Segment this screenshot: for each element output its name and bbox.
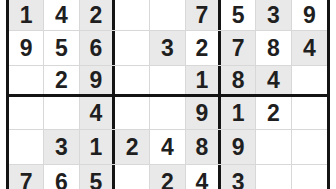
sudoku-row-1: 1427539 (9, 0, 327, 31)
cell-r3c2[interactable]: 2 (44, 66, 79, 94)
cell-r5c4[interactable]: 2 (115, 130, 150, 164)
cell-r4c6[interactable]: 9 (186, 97, 221, 129)
cell-r5c2[interactable]: 3 (44, 130, 79, 164)
cell-r1c9[interactable]: 9 (292, 0, 327, 30)
cell-r4c5[interactable] (150, 97, 185, 129)
cell-r4c1[interactable] (9, 97, 44, 129)
cell-r1c5[interactable] (150, 0, 185, 30)
cell-r5c8[interactable] (256, 130, 291, 164)
cell-r3c6[interactable]: 1 (186, 66, 221, 94)
cell-r2c5[interactable]: 3 (150, 31, 185, 65)
cell-r3c4[interactable] (115, 66, 150, 94)
cell-r2c9[interactable]: 4 (292, 31, 327, 65)
cell-r2c1[interactable]: 9 (9, 31, 44, 65)
cell-r6c1[interactable]: 7 (9, 165, 44, 189)
cell-r4c7[interactable]: 1 (221, 97, 256, 129)
cell-r6c8[interactable] (256, 165, 291, 189)
cell-r3c5[interactable] (150, 66, 185, 94)
cell-r6c9[interactable] (292, 165, 327, 189)
cell-r6c5[interactable]: 2 (150, 165, 185, 189)
cell-r1c3[interactable]: 2 (80, 0, 115, 30)
cell-r5c5[interactable]: 4 (150, 130, 185, 164)
cell-r5c9[interactable] (292, 130, 327, 164)
cell-r2c3[interactable]: 6 (80, 31, 115, 65)
cell-r2c4[interactable] (115, 31, 150, 65)
sudoku-row-4: 4912 (9, 97, 327, 130)
cell-r3c9[interactable] (292, 66, 327, 94)
cell-r3c7[interactable]: 8 (221, 66, 256, 94)
cell-r4c8[interactable]: 2 (256, 97, 291, 129)
cell-r6c3[interactable]: 5 (80, 165, 115, 189)
cell-r4c3[interactable]: 4 (80, 97, 115, 129)
sudoku-board: 142753995632784291844912312489765243 (6, 0, 330, 189)
sudoku-row-6: 765243 (9, 165, 327, 189)
cell-r6c7[interactable]: 3 (221, 165, 256, 189)
cell-r3c8[interactable]: 4 (256, 66, 291, 94)
cell-r1c2[interactable]: 4 (44, 0, 79, 30)
cell-r2c2[interactable]: 5 (44, 31, 79, 65)
sudoku-row-5: 312489 (9, 130, 327, 165)
cell-r3c1[interactable] (9, 66, 44, 94)
sudoku-row-2: 95632784 (9, 31, 327, 66)
cell-r5c3[interactable]: 1 (80, 130, 115, 164)
cell-r2c7[interactable]: 7 (221, 31, 256, 65)
cell-r2c6[interactable]: 2 (186, 31, 221, 65)
sudoku-row-3: 29184 (9, 66, 327, 97)
cell-r5c6[interactable]: 8 (186, 130, 221, 164)
cell-r1c4[interactable] (115, 0, 150, 30)
cell-r6c2[interactable]: 6 (44, 165, 79, 189)
cell-r6c4[interactable] (115, 165, 150, 189)
cell-r4c9[interactable] (292, 97, 327, 129)
cell-r5c7[interactable]: 9 (221, 130, 256, 164)
cell-r5c1[interactable] (9, 130, 44, 164)
cell-r4c4[interactable] (115, 97, 150, 129)
cell-r2c8[interactable]: 8 (256, 31, 291, 65)
cell-r1c6[interactable]: 7 (186, 0, 221, 30)
cell-r1c7[interactable]: 5 (221, 0, 256, 30)
cell-r6c6[interactable]: 4 (186, 165, 221, 189)
cell-r3c3[interactable]: 9 (80, 66, 115, 94)
cell-r1c8[interactable]: 3 (256, 0, 291, 30)
cell-r4c2[interactable] (44, 97, 79, 129)
cell-r1c1[interactable]: 1 (9, 0, 44, 30)
